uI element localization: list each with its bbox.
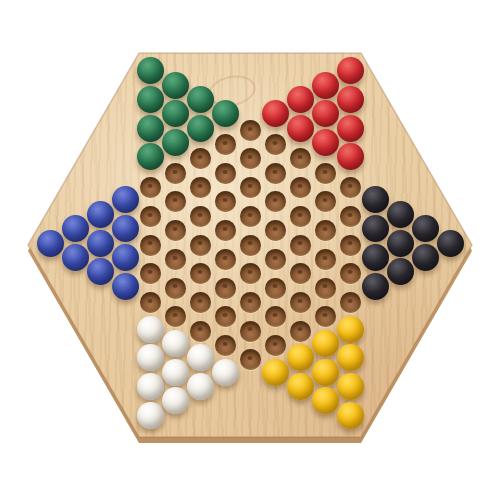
marble-blue-c4-r3[interactable] xyxy=(112,244,139,271)
hole-c9-r9[interactable] xyxy=(240,349,261,370)
marble-white-c5-r10[interactable] xyxy=(137,316,164,343)
hole-c11-r8[interactable] xyxy=(290,292,311,313)
hole-c13-r6[interactable] xyxy=(340,206,361,227)
marble-black-c14-r1[interactable] xyxy=(362,186,389,213)
hole-c5-r5[interactable] xyxy=(140,177,161,198)
marble-white-c7-r10[interactable] xyxy=(187,344,214,371)
marble-black-c17-r1[interactable] xyxy=(437,230,464,257)
marble-black-c14-r3[interactable] xyxy=(362,244,389,271)
marble-yellow-c12-r10[interactable] xyxy=(312,330,339,357)
hole-c10-r7[interactable] xyxy=(265,278,286,299)
marble-yellow-c10-r10[interactable] xyxy=(262,359,289,386)
marble-white-c7-r11[interactable] xyxy=(187,373,214,400)
marble-green-c7-r2[interactable] xyxy=(187,115,214,142)
hole-c10-r5[interactable] xyxy=(265,220,286,241)
hole-c10-r6[interactable] xyxy=(265,249,286,270)
marble-black-c15-r3[interactable] xyxy=(387,258,414,285)
marble-blue-c3-r3[interactable] xyxy=(87,258,114,285)
hole-c5-r7[interactable] xyxy=(140,235,161,256)
marble-yellow-c13-r13[interactable] xyxy=(337,402,364,429)
hole-c7-r6[interactable] xyxy=(190,235,211,256)
marble-green-c8-r1[interactable] xyxy=(212,100,239,127)
marble-green-c5-r4[interactable] xyxy=(137,143,164,170)
marble-white-c5-r12[interactable] xyxy=(137,373,164,400)
hole-c6-r6[interactable] xyxy=(165,220,186,241)
hole-c8-r6[interactable] xyxy=(215,249,236,270)
hole-c13-r9[interactable] xyxy=(340,292,361,313)
marble-green-c6-r2[interactable] xyxy=(162,100,189,127)
marble-black-c16-r1[interactable] xyxy=(412,215,439,242)
hole-c10-r8[interactable] xyxy=(265,306,286,327)
marble-red-c12-r2[interactable] xyxy=(312,100,339,127)
marble-yellow-c11-r10[interactable] xyxy=(287,344,314,371)
hole-c9-r4[interactable] xyxy=(240,206,261,227)
marble-yellow-c13-r12[interactable] xyxy=(337,373,364,400)
hole-c9-r1[interactable] xyxy=(240,120,261,141)
hole-c9-r5[interactable] xyxy=(240,235,261,256)
hole-c13-r5[interactable] xyxy=(340,177,361,198)
hole-c11-r3[interactable] xyxy=(290,148,311,169)
hole-c8-r3[interactable] xyxy=(215,163,236,184)
marble-blue-c4-r4[interactable] xyxy=(112,273,139,300)
hole-c10-r3[interactable] xyxy=(265,163,286,184)
hole-c8-r2[interactable] xyxy=(215,134,236,155)
hole-c6-r8[interactable] xyxy=(165,278,186,299)
marble-blue-c2-r2[interactable] xyxy=(62,244,89,271)
marble-yellow-c11-r11[interactable] xyxy=(287,373,314,400)
hole-c7-r8[interactable] xyxy=(190,292,211,313)
hole-c12-r8[interactable] xyxy=(315,278,336,299)
hole-c9-r3[interactable] xyxy=(240,177,261,198)
hole-c8-r7[interactable] xyxy=(215,278,236,299)
chinese-checkers-board xyxy=(0,0,500,500)
marble-red-c12-r3[interactable] xyxy=(312,129,339,156)
hole-c7-r9[interactable] xyxy=(190,321,211,342)
marble-yellow-c13-r11[interactable] xyxy=(337,344,364,371)
marble-white-c5-r13[interactable] xyxy=(137,402,164,429)
marble-red-c13-r1[interactable] xyxy=(337,57,364,84)
marble-white-c6-r10[interactable] xyxy=(162,330,189,357)
hole-c9-r2[interactable] xyxy=(240,148,261,169)
marble-black-c14-r2[interactable] xyxy=(362,215,389,242)
hole-c11-r6[interactable] xyxy=(290,235,311,256)
marble-red-c12-r1[interactable] xyxy=(312,72,339,99)
hole-c9-r8[interactable] xyxy=(240,321,261,342)
hole-c7-r7[interactable] xyxy=(190,263,211,284)
marble-blue-c1-r1[interactable] xyxy=(37,230,64,257)
marble-red-c13-r3[interactable] xyxy=(337,115,364,142)
marble-blue-c2-r1[interactable] xyxy=(62,215,89,242)
marble-black-c14-r4[interactable] xyxy=(362,273,389,300)
hole-c10-r2[interactable] xyxy=(265,134,286,155)
marble-blue-c4-r1[interactable] xyxy=(112,186,139,213)
product-photo-canvas xyxy=(0,0,500,500)
marble-green-c7-r1[interactable] xyxy=(187,86,214,113)
marble-yellow-c13-r10[interactable] xyxy=(337,316,364,343)
marble-white-c6-r11[interactable] xyxy=(162,359,189,386)
hole-c10-r4[interactable] xyxy=(265,191,286,212)
marble-green-c5-r1[interactable] xyxy=(137,57,164,84)
hole-c10-r9[interactable] xyxy=(265,335,286,356)
marble-red-c11-r2[interactable] xyxy=(287,115,314,142)
marble-red-c11-r1[interactable] xyxy=(287,86,314,113)
hole-c12-r7[interactable] xyxy=(315,249,336,270)
marble-white-c5-r11[interactable] xyxy=(137,344,164,371)
marble-white-c6-r12[interactable] xyxy=(162,387,189,414)
hole-c5-r8[interactable] xyxy=(140,263,161,284)
hole-c7-r3[interactable] xyxy=(190,148,211,169)
hole-c8-r9[interactable] xyxy=(215,335,236,356)
hole-c12-r4[interactable] xyxy=(315,163,336,184)
hole-c6-r5[interactable] xyxy=(165,191,186,212)
hole-c6-r4[interactable] xyxy=(165,163,186,184)
hole-c13-r7[interactable] xyxy=(340,235,361,256)
marble-red-c13-r4[interactable] xyxy=(337,143,364,170)
hole-c8-r5[interactable] xyxy=(215,220,236,241)
marble-black-c15-r2[interactable] xyxy=(387,230,414,257)
hole-c8-r4[interactable] xyxy=(215,191,236,212)
marble-red-c10-r1[interactable] xyxy=(262,100,289,127)
hole-c13-r8[interactable] xyxy=(340,263,361,284)
hole-c12-r9[interactable] xyxy=(315,306,336,327)
hole-c11-r9[interactable] xyxy=(290,321,311,342)
marble-blue-c3-r2[interactable] xyxy=(87,230,114,257)
marble-yellow-c12-r12[interactable] xyxy=(312,387,339,414)
marble-red-c13-r2[interactable] xyxy=(337,86,364,113)
hole-c5-r6[interactable] xyxy=(140,206,161,227)
hole-c7-r4[interactable] xyxy=(190,177,211,198)
hole-c7-r5[interactable] xyxy=(190,206,211,227)
marble-green-c5-r3[interactable] xyxy=(137,115,164,142)
hole-c12-r6[interactable] xyxy=(315,220,336,241)
hole-c11-r4[interactable] xyxy=(290,177,311,198)
hole-c9-r7[interactable] xyxy=(240,292,261,313)
hole-c6-r9[interactable] xyxy=(165,306,186,327)
hole-c9-r6[interactable] xyxy=(240,263,261,284)
marble-green-c5-r2[interactable] xyxy=(137,86,164,113)
hole-c11-r7[interactable] xyxy=(290,263,311,284)
marble-black-c16-r2[interactable] xyxy=(412,244,439,271)
hole-c6-r7[interactable] xyxy=(165,249,186,270)
marble-blue-c4-r2[interactable] xyxy=(112,215,139,242)
hole-c12-r5[interactable] xyxy=(315,191,336,212)
marble-blue-c3-r1[interactable] xyxy=(87,201,114,228)
hole-c8-r8[interactable] xyxy=(215,306,236,327)
marble-green-c6-r3[interactable] xyxy=(162,129,189,156)
hole-c5-r9[interactable] xyxy=(140,292,161,313)
marble-white-c8-r10[interactable] xyxy=(212,359,239,386)
marble-black-c15-r1[interactable] xyxy=(387,201,414,228)
hole-c11-r5[interactable] xyxy=(290,206,311,227)
marble-green-c6-r1[interactable] xyxy=(162,72,189,99)
marble-yellow-c12-r11[interactable] xyxy=(312,359,339,386)
